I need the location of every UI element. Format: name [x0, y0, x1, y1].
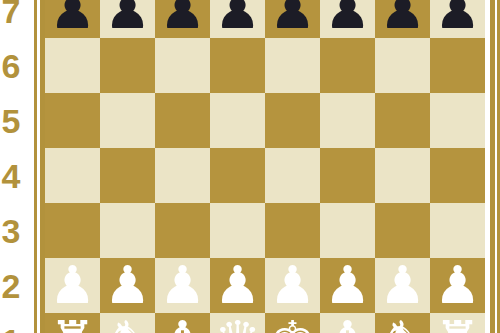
white-pawn[interactable]: ♟: [159, 258, 206, 313]
square-h7[interactable]: ♟: [430, 0, 485, 38]
rank-label-2: 2: [0, 269, 22, 303]
square-d3[interactable]: [210, 203, 265, 258]
square-d1[interactable]: ♛: [210, 313, 265, 333]
white-pawn[interactable]: ♟: [379, 258, 426, 313]
black-pawn[interactable]: ♟: [434, 0, 481, 38]
square-b1[interactable]: ♞: [100, 313, 155, 333]
square-b7[interactable]: ♟: [100, 0, 155, 38]
white-pawn[interactable]: ♟: [49, 258, 96, 313]
white-pawn[interactable]: ♟: [324, 258, 371, 313]
white-knight[interactable]: ♞: [379, 313, 426, 333]
square-e1[interactable]: ♚: [265, 313, 320, 333]
square-h5[interactable]: [430, 93, 485, 148]
white-rook[interactable]: ♜: [49, 313, 96, 333]
square-a4[interactable]: [45, 148, 100, 203]
square-a3[interactable]: [45, 203, 100, 258]
square-b2[interactable]: ♟: [100, 258, 155, 313]
white-pawn[interactable]: ♟: [269, 258, 316, 313]
square-f5[interactable]: [320, 93, 375, 148]
square-e2[interactable]: ♟: [265, 258, 320, 313]
square-f3[interactable]: [320, 203, 375, 258]
square-g1[interactable]: ♞: [375, 313, 430, 333]
square-b4[interactable]: [100, 148, 155, 203]
rank-label-6: 6: [0, 49, 22, 83]
square-h4[interactable]: [430, 148, 485, 203]
square-d6[interactable]: [210, 38, 265, 93]
white-queen[interactable]: ♛: [214, 313, 261, 333]
square-c1[interactable]: ♝: [155, 313, 210, 333]
square-g3[interactable]: [375, 203, 430, 258]
rank-label-1: 1: [0, 324, 22, 333]
square-c2[interactable]: ♟: [155, 258, 210, 313]
square-d7[interactable]: ♟: [210, 0, 265, 38]
square-a1[interactable]: ♜: [45, 313, 100, 333]
square-f1[interactable]: ♝: [320, 313, 375, 333]
square-c5[interactable]: [155, 93, 210, 148]
square-g5[interactable]: [375, 93, 430, 148]
black-pawn[interactable]: ♟: [214, 0, 261, 38]
black-pawn[interactable]: ♟: [324, 0, 371, 38]
square-f7[interactable]: ♟: [320, 0, 375, 38]
white-pawn[interactable]: ♟: [434, 258, 481, 313]
square-f6[interactable]: [320, 38, 375, 93]
square-c7[interactable]: ♟: [155, 0, 210, 38]
square-d5[interactable]: [210, 93, 265, 148]
rank-label-5: 5: [0, 104, 22, 138]
square-g6[interactable]: [375, 38, 430, 93]
square-h3[interactable]: [430, 203, 485, 258]
black-pawn[interactable]: ♟: [379, 0, 426, 38]
white-knight[interactable]: ♞: [104, 313, 151, 333]
white-king[interactable]: ♚: [269, 313, 316, 333]
rank-label-3: 3: [0, 214, 22, 248]
square-c6[interactable]: [155, 38, 210, 93]
square-b3[interactable]: [100, 203, 155, 258]
white-rook[interactable]: ♜: [434, 313, 481, 333]
chess-diagram: 7654321 ♜♞♝♛♚♝♞♜♟♟♟♟♟♟♟♟♟♟♟♟♟♟♟♟♜♞♝♛♚♝♞♜: [0, 0, 500, 333]
white-pawn[interactable]: ♟: [104, 258, 151, 313]
square-a6[interactable]: [45, 38, 100, 93]
square-f2[interactable]: ♟: [320, 258, 375, 313]
square-b6[interactable]: [100, 38, 155, 93]
square-c4[interactable]: [155, 148, 210, 203]
chess-board: ♜♞♝♛♚♝♞♜♟♟♟♟♟♟♟♟♟♟♟♟♟♟♟♟♜♞♝♛♚♝♞♜: [45, 0, 485, 333]
square-e3[interactable]: [265, 203, 320, 258]
square-e7[interactable]: ♟: [265, 0, 320, 38]
square-b5[interactable]: [100, 93, 155, 148]
square-h1[interactable]: ♜: [430, 313, 485, 333]
board-frame-inner-right-line: [490, 0, 495, 333]
square-g7[interactable]: ♟: [375, 0, 430, 38]
square-d2[interactable]: ♟: [210, 258, 265, 313]
square-a5[interactable]: [45, 93, 100, 148]
square-f4[interactable]: [320, 148, 375, 203]
square-d4[interactable]: [210, 148, 265, 203]
square-e4[interactable]: [265, 148, 320, 203]
square-c3[interactable]: [155, 203, 210, 258]
board-frame-outer-left-line: [34, 0, 37, 333]
rank-label-7: 7: [0, 0, 22, 28]
white-bishop[interactable]: ♝: [159, 313, 206, 333]
black-pawn[interactable]: ♟: [159, 0, 206, 38]
square-e6[interactable]: [265, 38, 320, 93]
square-h6[interactable]: [430, 38, 485, 93]
square-a2[interactable]: ♟: [45, 258, 100, 313]
black-pawn[interactable]: ♟: [104, 0, 151, 38]
square-g2[interactable]: ♟: [375, 258, 430, 313]
rank-label-4: 4: [0, 159, 22, 193]
black-pawn[interactable]: ♟: [49, 0, 96, 38]
square-a7[interactable]: ♟: [45, 0, 100, 38]
square-e5[interactable]: [265, 93, 320, 148]
square-g4[interactable]: [375, 148, 430, 203]
black-pawn[interactable]: ♟: [269, 0, 316, 38]
white-pawn[interactable]: ♟: [214, 258, 261, 313]
white-bishop[interactable]: ♝: [324, 313, 371, 333]
square-h2[interactable]: ♟: [430, 258, 485, 313]
